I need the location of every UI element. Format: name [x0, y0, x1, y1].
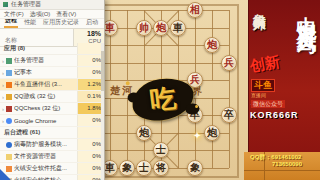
- process-row[interactable]: 文件资源管理器0%: [0, 151, 104, 163]
- process-row[interactable]: ›记事本0%: [0, 67, 104, 79]
- process-list: 应用 (8)›任务管理器0%›记事本0%›斗鱼直播伴侣 (3...1.2%›QQ…: [0, 43, 104, 180]
- process-row[interactable]: ›斗鱼直播伴侣 (3...1.2%: [0, 79, 104, 91]
- douyu-logo: 斗鱼: [251, 79, 275, 92]
- process-row[interactable]: 火绒安全软件核心...0%: [0, 175, 104, 180]
- process-row[interactable]: ›Google Chrome0%: [0, 115, 104, 127]
- piece-red-兵[interactable]: 兵: [221, 55, 237, 71]
- piece-red-相[interactable]: 相: [187, 2, 203, 18]
- piece-black-炮[interactable]: 炮: [204, 125, 220, 141]
- piece-red-炮[interactable]: 炮: [153, 20, 169, 36]
- tab-bar: 进程性能应用历史记录启动用户: [0, 19, 104, 29]
- sparkle-effect: ✦: [193, 130, 201, 141]
- section-header[interactable]: 应用 (8): [0, 43, 104, 55]
- scrollbar[interactable]: [101, 43, 104, 180]
- piece-black-車[interactable]: 車: [170, 20, 186, 36]
- title-bar[interactable]: 任务管理器: [0, 0, 104, 10]
- screen: 楚河 汉界 相車帅炮炮兵兵車馬卒卒炮炮士車象士将象 吃 ✦ 任务管理器 文件(F…: [0, 0, 320, 180]
- process-row[interactable]: ›QQChess (32 位)1.8%: [0, 103, 104, 115]
- process-row[interactable]: ›QQ游戏 (32 位)0.1%: [0, 91, 104, 103]
- notepad-icon: [6, 70, 12, 76]
- wechat-id: KOR666R: [250, 110, 299, 120]
- menu-bar: 文件(F) 选项(O) 查看(V): [0, 10, 104, 19]
- task-manager-window: 任务管理器 文件(F) 选项(O) 查看(V) 进程性能应用历史记录启动用户 名…: [0, 0, 105, 180]
- piece-black-象[interactable]: 象: [187, 160, 203, 176]
- process-row[interactable]: 病毒防护服务模块...0%: [0, 139, 104, 151]
- qqchess-icon: [6, 106, 12, 112]
- piece-black-将[interactable]: 将: [153, 160, 169, 176]
- piece-black-士[interactable]: 士: [153, 142, 169, 158]
- chrome-icon: [6, 118, 12, 124]
- taskmanager-icon: [6, 58, 12, 64]
- tab-进程[interactable]: 进程: [4, 19, 18, 28]
- piece-red-炮[interactable]: 炮: [204, 37, 220, 53]
- process-row[interactable]: ›任务管理器0%: [0, 55, 104, 67]
- brand-name: 象棋大师: [252, 2, 267, 10]
- menu-file[interactable]: 文件(F): [4, 10, 24, 19]
- wechat-label: 微信公众号: [251, 100, 285, 108]
- process-row[interactable]: 火绒安全软件托盘...0%: [0, 163, 104, 175]
- corner-wedge: [0, 169, 11, 180]
- piece-black-卒[interactable]: 卒: [221, 107, 237, 123]
- piece-black-士[interactable]: 士: [136, 160, 152, 176]
- menu-options[interactable]: 选项(O): [30, 10, 51, 19]
- taskmanager-app-icon: [3, 2, 8, 7]
- tab-启动[interactable]: 启动: [85, 19, 99, 28]
- capture-text: 吃: [130, 75, 196, 122]
- douyu-icon: [6, 82, 12, 88]
- qqgame-icon: [6, 94, 12, 100]
- capture-animation-badge: 吃: [130, 75, 197, 123]
- folder-icon: [6, 154, 12, 160]
- piece-black-象[interactable]: 象: [119, 160, 135, 176]
- tab-性能[interactable]: 性能: [23, 19, 37, 28]
- section-header[interactable]: 后台进程 (61): [0, 127, 104, 139]
- piece-black-炮[interactable]: 炮: [136, 125, 152, 141]
- brand-slogan: 创新: [249, 53, 282, 77]
- piece-red-帅[interactable]: 帅: [136, 20, 152, 36]
- window-title: 任务管理器: [11, 0, 41, 9]
- cpu-total-percent: 18%: [87, 30, 101, 38]
- menu-view[interactable]: 查看(V): [56, 10, 76, 19]
- shield-icon: [6, 142, 12, 148]
- video-title-vertical: 中炮对屏风马: [295, 1, 319, 179]
- tab-应用历史记录[interactable]: 应用历史记录: [42, 19, 80, 28]
